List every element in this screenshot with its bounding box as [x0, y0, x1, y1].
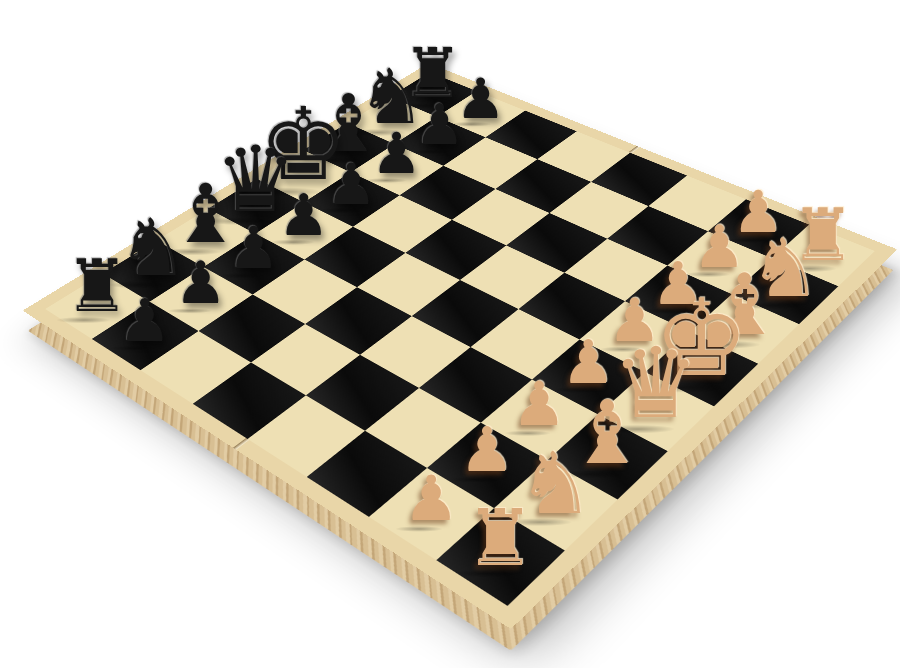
- chess-set-photo: ♜♞♝♛♚♝♞♜♟♟♟♟♟♟♟♟♟♟♟♟♟♟♟♟♜♞♝♛♚♝♞♜: [0, 0, 900, 668]
- board-3d-wrapper: [129, 0, 791, 611]
- chess-board: [23, 63, 898, 629]
